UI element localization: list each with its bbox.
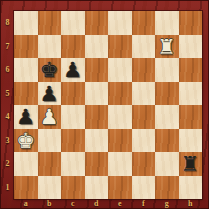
square-d1[interactable]: [85, 176, 109, 200]
rank-label-8: 8: [1, 11, 14, 35]
square-b8[interactable]: [38, 11, 62, 35]
square-h1[interactable]: [179, 176, 203, 200]
square-c2[interactable]: [61, 152, 85, 176]
square-g7[interactable]: ♜: [155, 35, 179, 59]
square-a8[interactable]: [14, 11, 38, 35]
rank-label-5: 5: [1, 82, 14, 106]
square-h2[interactable]: ♜: [179, 152, 203, 176]
rank-label-1: 1: [1, 176, 14, 200]
chess-board-frame: 87654321 abcdefgh ♜♚♟♟♟♟♚♜: [0, 0, 209, 209]
square-g5[interactable]: [155, 82, 179, 106]
square-e5[interactable]: [108, 82, 132, 106]
square-a7[interactable]: [14, 35, 38, 59]
square-d5[interactable]: [85, 82, 109, 106]
square-c5[interactable]: [61, 82, 85, 106]
rank-label-4: 4: [1, 105, 14, 129]
square-b3[interactable]: [38, 129, 62, 153]
square-h4[interactable]: [179, 105, 203, 129]
square-d6[interactable]: [85, 58, 109, 82]
square-f3[interactable]: [132, 129, 156, 153]
square-g4[interactable]: [155, 105, 179, 129]
square-c8[interactable]: [61, 11, 85, 35]
square-g3[interactable]: [155, 129, 179, 153]
square-d8[interactable]: [85, 11, 109, 35]
square-d2[interactable]: [85, 152, 109, 176]
square-h6[interactable]: [179, 58, 203, 82]
square-d3[interactable]: [85, 129, 109, 153]
square-f2[interactable]: [132, 152, 156, 176]
square-g2[interactable]: [155, 152, 179, 176]
square-h8[interactable]: [179, 11, 203, 35]
square-a1[interactable]: [14, 176, 38, 200]
square-e2[interactable]: [108, 152, 132, 176]
rank-labels: 87654321: [1, 11, 14, 199]
black-king-b6[interactable]: ♚: [38, 59, 62, 83]
square-b6[interactable]: ♚: [38, 58, 62, 82]
square-c7[interactable]: [61, 35, 85, 59]
square-f1[interactable]: [132, 176, 156, 200]
square-e7[interactable]: [108, 35, 132, 59]
square-b7[interactable]: [38, 35, 62, 59]
square-g8[interactable]: [155, 11, 179, 35]
chess-board: ♜♚♟♟♟♟♚♜: [14, 11, 202, 199]
square-a4[interactable]: ♟: [14, 105, 38, 129]
square-b4[interactable]: ♟: [38, 105, 62, 129]
square-a5[interactable]: [14, 82, 38, 106]
square-e6[interactable]: [108, 58, 132, 82]
white-pawn-b4[interactable]: ♟: [38, 106, 62, 130]
white-king-a3[interactable]: ♚: [14, 130, 38, 154]
rank-label-6: 6: [1, 58, 14, 82]
square-a6[interactable]: [14, 58, 38, 82]
rank-label-3: 3: [1, 129, 14, 153]
square-b2[interactable]: [38, 152, 62, 176]
square-g6[interactable]: [155, 58, 179, 82]
square-e4[interactable]: [108, 105, 132, 129]
square-f7[interactable]: [132, 35, 156, 59]
square-f4[interactable]: [132, 105, 156, 129]
white-rook-g7[interactable]: ♜: [155, 36, 179, 60]
square-d7[interactable]: [85, 35, 109, 59]
square-f6[interactable]: [132, 58, 156, 82]
square-h5[interactable]: [179, 82, 203, 106]
square-b5[interactable]: ♟: [38, 82, 62, 106]
black-pawn-c6[interactable]: ♟: [61, 59, 85, 83]
square-c1[interactable]: [61, 176, 85, 200]
square-g1[interactable]: [155, 176, 179, 200]
rank-label-7: 7: [1, 35, 14, 59]
square-c4[interactable]: [61, 105, 85, 129]
square-e1[interactable]: [108, 176, 132, 200]
black-pawn-a4[interactable]: ♟: [14, 106, 38, 130]
square-e3[interactable]: [108, 129, 132, 153]
square-d4[interactable]: [85, 105, 109, 129]
square-f8[interactable]: [132, 11, 156, 35]
rank-label-2: 2: [1, 152, 14, 176]
square-a2[interactable]: [14, 152, 38, 176]
square-h7[interactable]: [179, 35, 203, 59]
square-a3[interactable]: ♚: [14, 129, 38, 153]
square-h3[interactable]: [179, 129, 203, 153]
black-rook-h2[interactable]: ♜: [179, 153, 203, 177]
square-c6[interactable]: ♟: [61, 58, 85, 82]
square-c3[interactable]: [61, 129, 85, 153]
square-f5[interactable]: [132, 82, 156, 106]
square-e8[interactable]: [108, 11, 132, 35]
black-pawn-b5[interactable]: ♟: [38, 83, 62, 107]
square-b1[interactable]: [38, 176, 62, 200]
